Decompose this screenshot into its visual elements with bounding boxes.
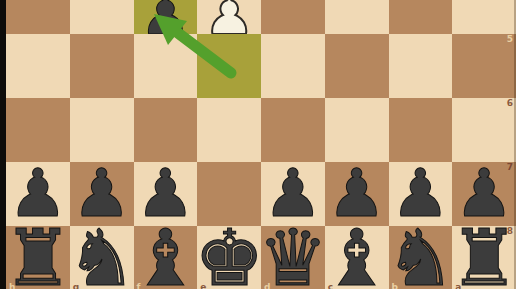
square-c8[interactable]: ♝c bbox=[325, 226, 389, 289]
file-label-h: h bbox=[9, 283, 15, 289]
square-f5[interactable] bbox=[134, 34, 198, 98]
square-c4[interactable] bbox=[325, 0, 389, 34]
square-e6[interactable] bbox=[197, 98, 261, 162]
file-label-e: e bbox=[200, 283, 206, 289]
square-g5[interactable] bbox=[70, 34, 134, 98]
square-b4[interactable] bbox=[389, 0, 453, 34]
square-h6[interactable] bbox=[6, 98, 70, 162]
square-b8[interactable]: ♞b bbox=[389, 226, 453, 289]
square-d5[interactable] bbox=[261, 34, 325, 98]
square-g6[interactable] bbox=[70, 98, 134, 162]
rank-label-6: 6 bbox=[507, 99, 513, 108]
square-c6[interactable] bbox=[325, 98, 389, 162]
file-label-b: b bbox=[392, 283, 398, 289]
square-e4[interactable]: ♟ bbox=[197, 0, 261, 34]
square-f4[interactable]: ♟ bbox=[134, 0, 198, 34]
square-g8[interactable]: ♞g bbox=[70, 226, 134, 289]
square-a8[interactable]: ♜8a bbox=[452, 226, 516, 289]
square-d4[interactable] bbox=[261, 0, 325, 34]
square-b5[interactable] bbox=[389, 34, 453, 98]
black-rook[interactable]: ♜ bbox=[3, 219, 73, 289]
rank-label-5: 5 bbox=[507, 35, 513, 44]
black-king[interactable]: ♚ bbox=[194, 219, 264, 289]
square-h5[interactable] bbox=[6, 34, 70, 98]
square-g4[interactable] bbox=[70, 0, 134, 34]
square-h4[interactable] bbox=[6, 0, 70, 34]
board-grid[interactable]: ♟♟56♟♟♟♟♟♟♟7♜h♞g♝f♚e♛d♝c♞b♜8a bbox=[6, 0, 516, 289]
square-a4[interactable] bbox=[452, 0, 516, 34]
file-label-d: d bbox=[264, 283, 270, 289]
rank-label-7: 7 bbox=[507, 163, 513, 172]
square-c5[interactable] bbox=[325, 34, 389, 98]
file-label-a: a bbox=[455, 283, 461, 289]
black-queen[interactable]: ♛ bbox=[258, 219, 328, 289]
chessboard: ♟♟56♟♟♟♟♟♟♟7♜h♞g♝f♚e♛d♝c♞b♜8a bbox=[0, 0, 516, 289]
black-knight[interactable]: ♞ bbox=[67, 219, 137, 289]
black-knight[interactable]: ♞ bbox=[385, 219, 455, 289]
square-f6[interactable] bbox=[134, 98, 198, 162]
square-d8[interactable]: ♛d bbox=[261, 226, 325, 289]
square-a5[interactable]: 5 bbox=[452, 34, 516, 98]
square-f8[interactable]: ♝f bbox=[134, 226, 198, 289]
file-label-c: c bbox=[328, 283, 333, 289]
square-e8[interactable]: ♚e bbox=[197, 226, 261, 289]
square-a6[interactable]: 6 bbox=[452, 98, 516, 162]
rank-label-8: 8 bbox=[507, 227, 513, 236]
file-label-g: g bbox=[73, 283, 79, 289]
black-bishop[interactable]: ♝ bbox=[130, 219, 200, 289]
file-label-f: f bbox=[137, 283, 141, 289]
black-bishop[interactable]: ♝ bbox=[322, 219, 392, 289]
board-frame-left bbox=[0, 0, 6, 289]
square-d6[interactable] bbox=[261, 98, 325, 162]
square-e5[interactable] bbox=[197, 34, 261, 98]
square-h8[interactable]: ♜h bbox=[6, 226, 70, 289]
square-b6[interactable] bbox=[389, 98, 453, 162]
